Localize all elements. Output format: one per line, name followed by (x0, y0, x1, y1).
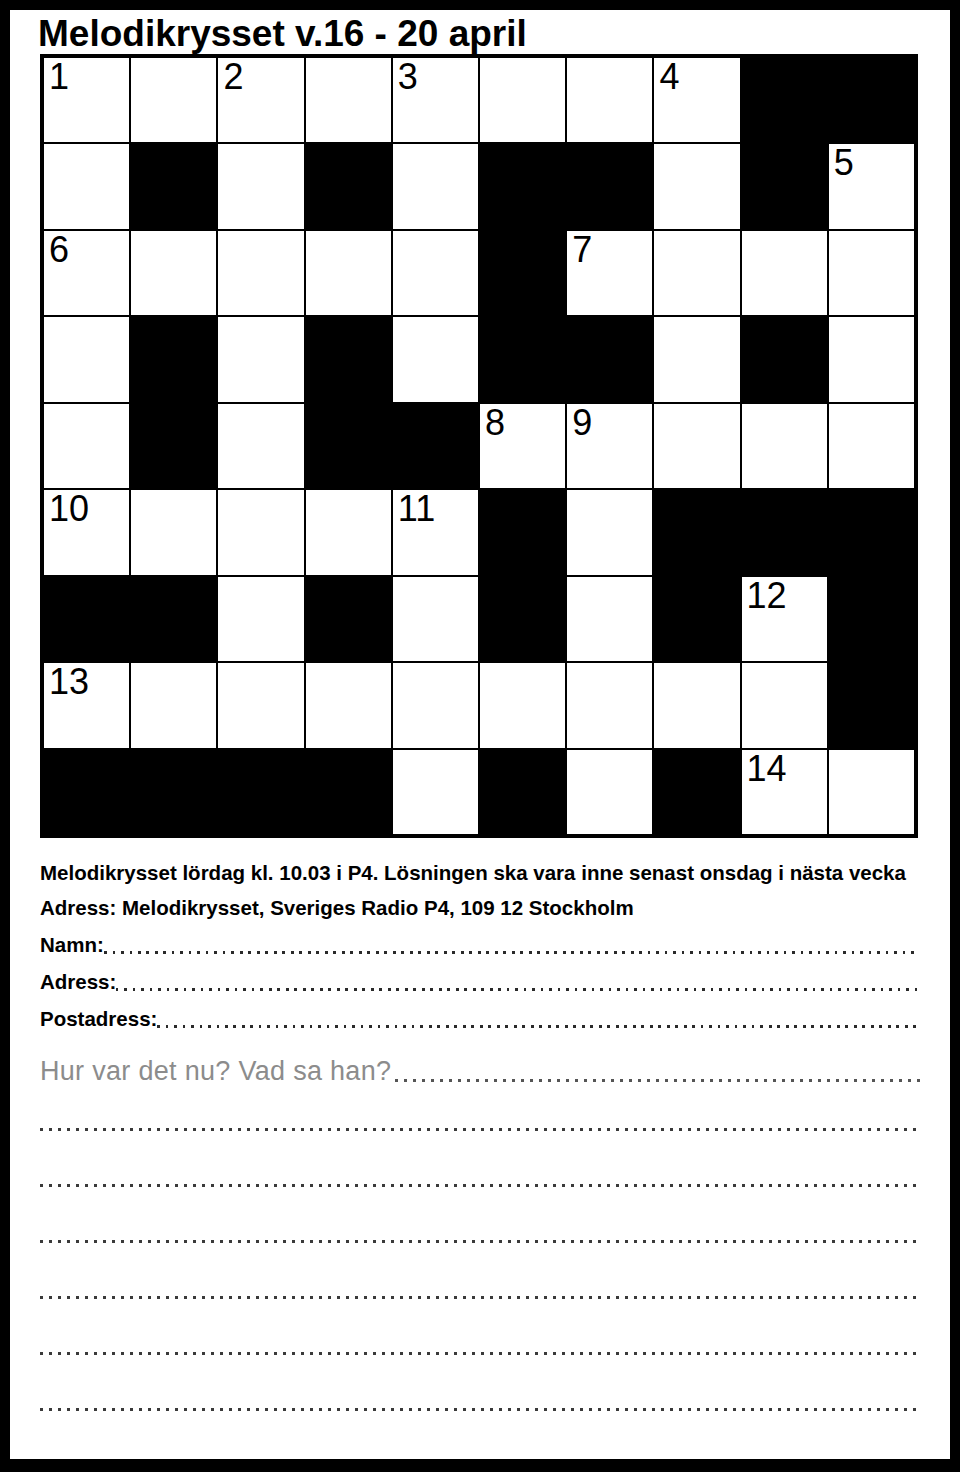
clue-number: 12 (747, 578, 787, 614)
page-title: Melodikrysset v.16 - 20 april (38, 13, 950, 54)
grid-cell-r9c7[interactable] (566, 749, 653, 835)
form-row-name: Namn: (40, 933, 920, 957)
clue-number: 14 (747, 751, 787, 787)
answer-line-0[interactable] (395, 1079, 920, 1082)
answer-line-2[interactable] (40, 1184, 920, 1187)
grid-cell-r1c1[interactable]: 1 (43, 57, 130, 143)
grid-cell-r7c7[interactable] (566, 576, 653, 662)
address-input-line[interactable] (116, 988, 920, 991)
grid-cell-r4c1[interactable] (43, 316, 130, 402)
grid-cell-r2c5[interactable] (392, 143, 479, 229)
grid-cell-r5c4 (305, 403, 392, 489)
grid-cell-r7c5[interactable] (392, 576, 479, 662)
grid-cell-r4c2 (130, 316, 217, 402)
grid-cell-r6c3[interactable] (217, 489, 304, 575)
form-row-postal-address: Postadress: (40, 1007, 920, 1031)
grid-cell-r4c8[interactable] (653, 316, 740, 402)
postal-address-field-label: Postadress: (40, 1007, 157, 1031)
grid-cell-r8c2[interactable] (130, 662, 217, 748)
grid-cell-r6c10 (828, 489, 915, 575)
grid-cell-r8c8[interactable] (653, 662, 740, 748)
grid-cell-r9c9[interactable]: 14 (741, 749, 828, 835)
grid-cell-r7c1 (43, 576, 130, 662)
grid-cell-r6c5[interactable]: 11 (392, 489, 479, 575)
grid-cell-r9c4 (305, 749, 392, 835)
crossword-grid: 1234567891011121314 (40, 54, 918, 838)
grid-cell-r7c6 (479, 576, 566, 662)
broadcast-info-line: Melodikrysset lördag kl. 10.03 i P4. Lös… (40, 861, 920, 885)
grid-cell-r8c4[interactable] (305, 662, 392, 748)
clue-number: 4 (659, 59, 679, 95)
grid-cell-r5c5 (392, 403, 479, 489)
grid-cell-r2c10[interactable]: 5 (828, 143, 915, 229)
answer-line-6[interactable] (40, 1408, 920, 1411)
grid-cell-r4c10[interactable] (828, 316, 915, 402)
grid-cell-r1c5[interactable]: 3 (392, 57, 479, 143)
form-row-address: Adress: (40, 970, 920, 994)
clue-number: 1 (49, 59, 69, 95)
grid-cell-r5c2 (130, 403, 217, 489)
grid-cell-r9c2 (130, 749, 217, 835)
clue-number: 6 (49, 232, 69, 268)
grid-cell-r5c9[interactable] (741, 403, 828, 489)
answer-line-4[interactable] (40, 1296, 920, 1299)
grid-cell-r3c3[interactable] (217, 230, 304, 316)
grid-cell-r5c6[interactable]: 8 (479, 403, 566, 489)
grid-cell-r8c5[interactable] (392, 662, 479, 748)
grid-cell-r2c9 (741, 143, 828, 229)
clue-number: 7 (572, 232, 592, 268)
grid-cell-r3c8[interactable] (653, 230, 740, 316)
grid-cell-r4c9 (741, 316, 828, 402)
clue-number: 13 (49, 664, 89, 700)
grid-cell-r7c3[interactable] (217, 576, 304, 662)
grid-cell-r9c5[interactable] (392, 749, 479, 835)
grid-cell-r7c2 (130, 576, 217, 662)
clue-number: 11 (398, 491, 435, 527)
grid-cell-r6c4[interactable] (305, 489, 392, 575)
grid-cell-r6c7[interactable] (566, 489, 653, 575)
puzzle-page: Melodikrysset v.16 - 20 april 1234567891… (0, 0, 960, 1472)
clue-number: 2 (223, 59, 243, 95)
grid-cell-r7c10 (828, 576, 915, 662)
question-row: Hur var det nu? Vad sa han? (40, 1056, 920, 1087)
grid-cell-r6c1[interactable]: 10 (43, 489, 130, 575)
puzzle-question: Hur var det nu? Vad sa han? (40, 1056, 391, 1087)
name-field-label: Namn: (40, 933, 104, 957)
grid-cell-r9c8 (653, 749, 740, 835)
answer-line-3[interactable] (40, 1240, 920, 1243)
grid-cell-r8c1[interactable]: 13 (43, 662, 130, 748)
name-input-line[interactable] (104, 951, 920, 954)
grid-cell-r5c1[interactable] (43, 403, 130, 489)
address-field-label: Adress: (40, 970, 116, 994)
grid-cell-r9c3 (217, 749, 304, 835)
grid-cell-r4c3[interactable] (217, 316, 304, 402)
grid-cell-r6c2[interactable] (130, 489, 217, 575)
grid-cell-r2c1[interactable] (43, 143, 130, 229)
grid-cell-r1c8[interactable]: 4 (653, 57, 740, 143)
grid-cell-r2c3[interactable] (217, 143, 304, 229)
grid-cell-r6c8 (653, 489, 740, 575)
postal-address-line: Adress: Melodikrysset, Sveriges Radio P4… (40, 896, 920, 920)
grid-cell-r1c10 (828, 57, 915, 143)
grid-cell-r1c9 (741, 57, 828, 143)
footer: Melodikrysset lördag kl. 10.03 i P4. Lös… (40, 861, 920, 1411)
grid-cell-r3c4[interactable] (305, 230, 392, 316)
grid-cell-r2c4 (305, 143, 392, 229)
grid-cell-r8c7[interactable] (566, 662, 653, 748)
grid-cell-r8c6[interactable] (479, 662, 566, 748)
answer-lines (40, 1128, 920, 1411)
grid-cell-r5c3[interactable] (217, 403, 304, 489)
grid-cell-r5c7[interactable]: 9 (566, 403, 653, 489)
grid-cell-r1c6[interactable] (479, 57, 566, 143)
clue-number: 10 (49, 491, 89, 527)
grid-cell-r3c9[interactable] (741, 230, 828, 316)
grid-cell-r6c9 (741, 489, 828, 575)
answer-line-1[interactable] (40, 1128, 920, 1131)
grid-cell-r2c7 (566, 143, 653, 229)
grid-cell-r8c10 (828, 662, 915, 748)
clue-number: 8 (485, 405, 505, 441)
grid-cell-r7c8 (653, 576, 740, 662)
clue-number: 3 (398, 59, 418, 95)
grid-cell-r2c8[interactable] (653, 143, 740, 229)
grid-cell-r3c2[interactable] (130, 230, 217, 316)
grid-cell-r4c7 (566, 316, 653, 402)
grid-cell-r9c10[interactable] (828, 749, 915, 835)
grid-cell-r3c6 (479, 230, 566, 316)
grid-cell-r3c10[interactable] (828, 230, 915, 316)
grid-cell-r4c6 (479, 316, 566, 402)
grid-cell-r5c10[interactable] (828, 403, 915, 489)
postal-address-input-line[interactable] (157, 1025, 920, 1028)
grid-cell-r4c4 (305, 316, 392, 402)
grid-cell-r2c6 (479, 143, 566, 229)
grid-cell-r8c3[interactable] (217, 662, 304, 748)
answer-line-5[interactable] (40, 1352, 920, 1355)
grid-cell-r1c4[interactable] (305, 57, 392, 143)
grid-cell-r3c5[interactable] (392, 230, 479, 316)
clue-number: 9 (572, 405, 592, 441)
grid-cell-r5c8[interactable] (653, 403, 740, 489)
grid-cell-r9c6 (479, 749, 566, 835)
clue-number: 5 (834, 145, 854, 181)
grid-cell-r7c9[interactable]: 12 (741, 576, 828, 662)
grid-cell-r1c3[interactable]: 2 (217, 57, 304, 143)
grid-cell-r3c1[interactable]: 6 (43, 230, 130, 316)
grid-cell-r1c2[interactable] (130, 57, 217, 143)
grid-cell-r1c7[interactable] (566, 57, 653, 143)
grid-cell-r6c6 (479, 489, 566, 575)
grid-cell-r3c7[interactable]: 7 (566, 230, 653, 316)
grid-cell-r2c2 (130, 143, 217, 229)
grid-cell-r9c1 (43, 749, 130, 835)
grid-cell-r8c9[interactable] (741, 662, 828, 748)
grid-cell-r4c5[interactable] (392, 316, 479, 402)
grid-cell-r7c4 (305, 576, 392, 662)
